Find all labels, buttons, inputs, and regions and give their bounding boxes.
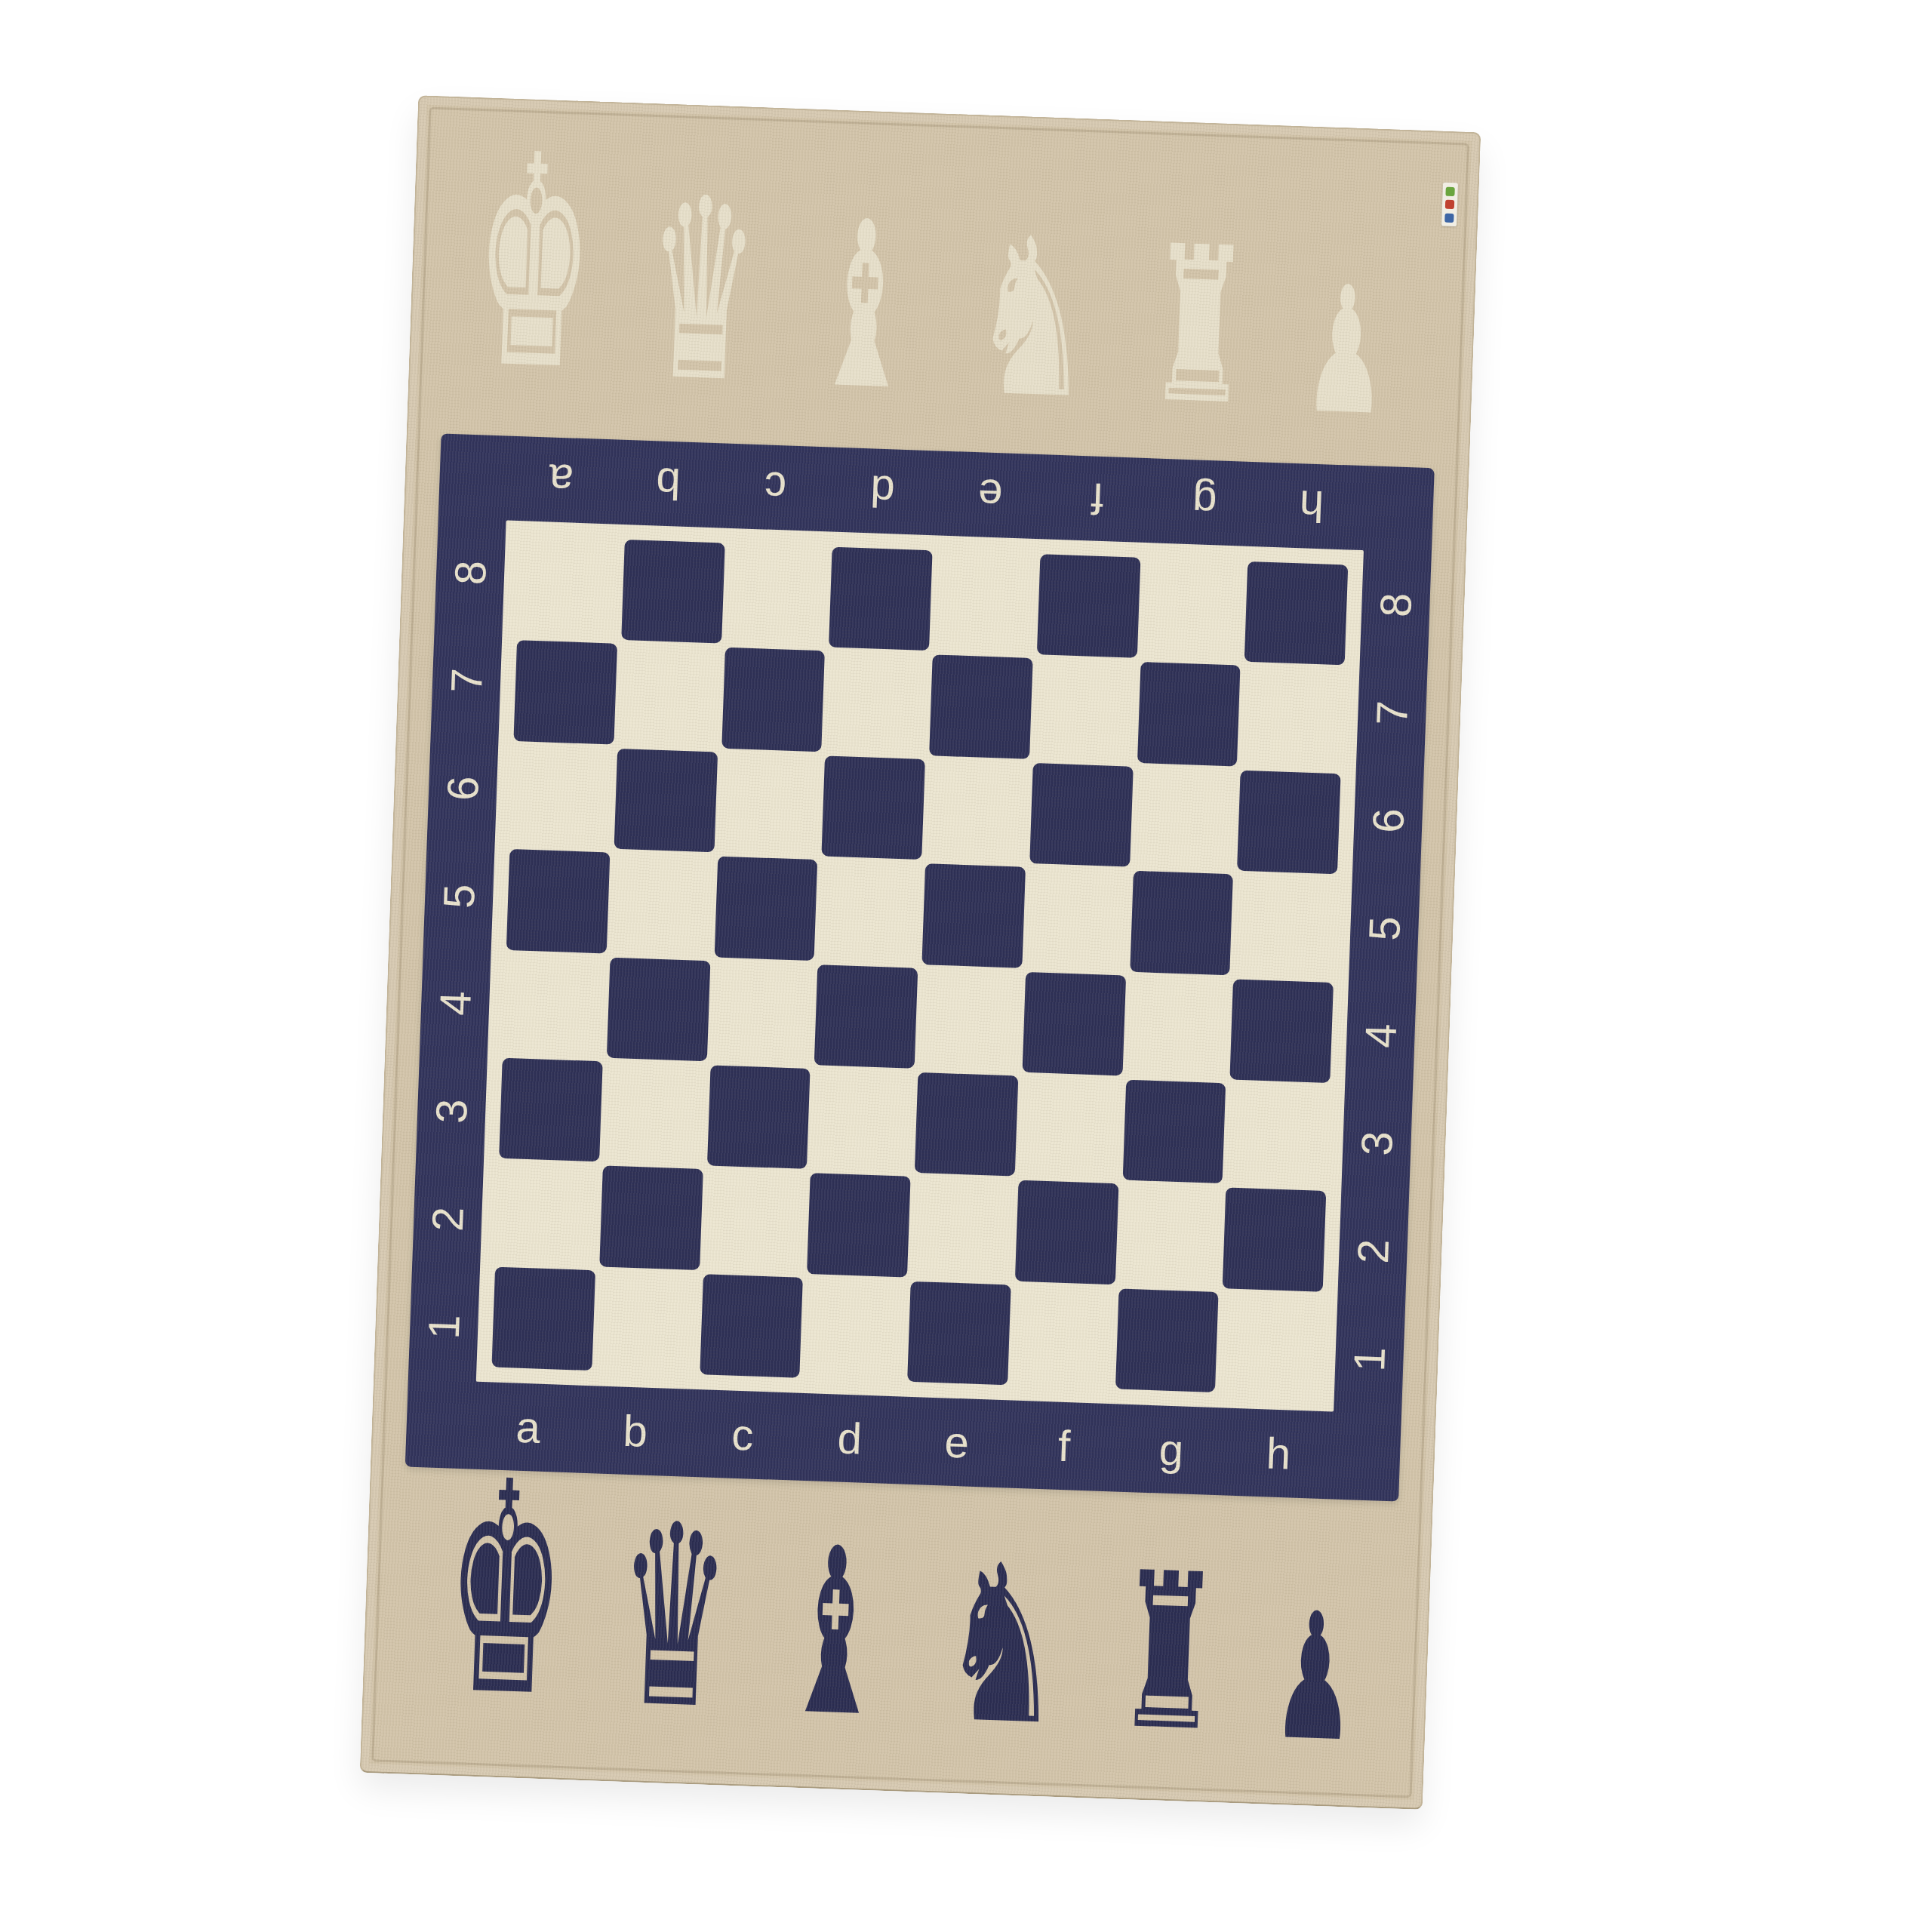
white-bishop-silhouette: ♝	[809, 191, 920, 424]
rank-label-left-7: 7	[445, 668, 489, 694]
square-d5	[818, 860, 921, 964]
brand-tag-color-2	[1444, 213, 1454, 222]
bottom-pieces-row: ♚♛♝♞♜♟	[442, 1509, 1361, 1767]
square-c5	[714, 857, 817, 961]
white-rook-silhouette: ♜	[1146, 217, 1254, 435]
squares-grid	[491, 536, 1348, 1396]
rank-label-left-6: 6	[441, 775, 485, 801]
square-b1	[595, 1270, 699, 1374]
square-h1	[1219, 1292, 1322, 1396]
file-label-bottom-h: h	[1224, 1430, 1333, 1478]
square-g6	[1134, 767, 1237, 871]
square-g5	[1130, 871, 1233, 975]
rank-label-right-4: 4	[1358, 1023, 1403, 1049]
square-c1	[700, 1274, 803, 1378]
square-e3	[915, 1072, 1018, 1177]
square-d3	[811, 1069, 914, 1173]
white-king-silhouette: ♚	[471, 116, 598, 412]
square-e7	[929, 655, 1032, 759]
rank-label-left-4: 4	[433, 991, 478, 1017]
square-e2	[911, 1177, 1014, 1281]
square-h5	[1233, 875, 1337, 979]
square-d1	[803, 1278, 906, 1382]
navy-pawn-silhouette: ♟	[1270, 1589, 1358, 1766]
file-label-bottom-f: f	[1010, 1423, 1118, 1470]
file-label-top-h: h	[1257, 482, 1366, 530]
file-label-bottom-d: d	[795, 1415, 904, 1463]
square-g3	[1122, 1079, 1226, 1183]
rank-label-right-5: 5	[1362, 915, 1407, 941]
file-label-bottom-e: e	[903, 1419, 1011, 1466]
square-a8	[517, 536, 620, 640]
file-label-top-f: f	[1043, 475, 1152, 522]
square-c4	[710, 961, 814, 1065]
rank-label-right-6: 6	[1366, 808, 1411, 833]
square-f6	[1029, 763, 1133, 867]
rank-label-left-3: 3	[429, 1098, 474, 1124]
square-b4	[607, 957, 710, 1061]
square-e6	[925, 759, 1029, 863]
file-label-top-c: c	[721, 463, 830, 511]
square-a5	[506, 849, 610, 953]
navy-king-silhouette: ♚	[442, 1443, 569, 1739]
square-b3	[603, 1061, 706, 1165]
product-photo: { "game": "chess", "position": "8/8/8/8/…	[0, 0, 1932, 1932]
rank-label-right-3: 3	[1355, 1131, 1399, 1156]
square-e4	[918, 968, 1022, 1072]
square-g7	[1137, 662, 1240, 766]
brand-tag-color-0	[1445, 186, 1454, 195]
square-f3	[1018, 1076, 1121, 1180]
square-g4	[1126, 975, 1229, 1079]
white-knight-silhouette: ♞	[968, 208, 1097, 429]
square-g1	[1115, 1288, 1218, 1392]
square-d7	[825, 651, 928, 755]
brand-tag-color-1	[1445, 200, 1454, 209]
file-label-bottom-g: g	[1117, 1426, 1226, 1474]
top-pieces-row: ♚♛♝♞♜♟	[471, 174, 1392, 440]
square-h3	[1226, 1083, 1330, 1187]
file-label-top-e: e	[936, 471, 1044, 518]
square-c6	[718, 752, 821, 856]
square-h2	[1223, 1188, 1326, 1292]
square-b7	[617, 644, 721, 748]
navy-bishop-silhouette: ♝	[780, 1517, 891, 1750]
file-label-bottom-b: b	[581, 1407, 690, 1455]
square-f7	[1033, 659, 1137, 763]
square-b8	[621, 540, 724, 644]
square-c8	[725, 543, 829, 648]
rank-label-right-2: 2	[1351, 1238, 1395, 1264]
square-b5	[610, 853, 713, 957]
square-e1	[907, 1281, 1011, 1385]
square-e8	[933, 550, 1036, 654]
white-pawn-silhouette: ♟	[1302, 263, 1390, 440]
chess-mat: ♚♛♝♞♜♟ abcdefgh 87654321 87654321 abcdef…	[360, 95, 1481, 1810]
square-d4	[814, 964, 918, 1069]
square-g2	[1118, 1184, 1222, 1288]
square-c3	[706, 1065, 810, 1169]
navy-knight-silhouette: ♞	[937, 1535, 1066, 1756]
file-label-top-d: d	[829, 467, 937, 515]
square-f5	[1026, 867, 1129, 971]
file-label-top-g: g	[1150, 478, 1259, 526]
square-c7	[721, 648, 825, 752]
square-a4	[503, 953, 606, 1057]
rank-label-right-1: 1	[1347, 1346, 1392, 1372]
rank-label-right-7: 7	[1370, 700, 1414, 726]
square-d6	[822, 755, 925, 860]
square-f8	[1037, 554, 1140, 658]
file-label-top-b: b	[614, 460, 723, 508]
square-b6	[614, 749, 717, 853]
square-h6	[1237, 770, 1340, 874]
square-h7	[1241, 666, 1344, 770]
file-label-bottom-c: c	[688, 1411, 797, 1459]
square-b2	[599, 1166, 703, 1270]
square-h8	[1244, 561, 1348, 666]
square-f4	[1022, 971, 1125, 1075]
rank-label-left-2: 2	[426, 1206, 470, 1232]
rank-label-left-1: 1	[422, 1314, 466, 1340]
chess-board: abcdefgh 87654321 87654321 abcdefgh	[405, 433, 1435, 1501]
navy-queen-silhouette: ♛	[614, 1491, 733, 1745]
square-a3	[499, 1058, 602, 1162]
square-c2	[703, 1170, 807, 1274]
brand-tag	[1441, 183, 1458, 227]
board-inner-panel	[476, 520, 1364, 1411]
square-e5	[921, 863, 1025, 968]
navy-rook-silhouette: ♜	[1115, 1544, 1223, 1762]
square-a6	[510, 745, 614, 849]
square-h4	[1230, 979, 1334, 1083]
square-a2	[495, 1162, 598, 1266]
rank-label-left-5: 5	[437, 883, 481, 909]
rank-label-left-8: 8	[448, 560, 493, 586]
square-d8	[829, 547, 932, 651]
square-f1	[1011, 1284, 1115, 1389]
square-f2	[1015, 1180, 1118, 1284]
file-label-top-a: a	[507, 457, 616, 504]
square-a1	[491, 1266, 595, 1371]
rank-label-right-8: 8	[1374, 592, 1418, 618]
square-d2	[807, 1173, 910, 1277]
square-g8	[1140, 558, 1244, 662]
square-a7	[513, 640, 617, 744]
white-queen-silhouette: ♛	[643, 164, 761, 418]
